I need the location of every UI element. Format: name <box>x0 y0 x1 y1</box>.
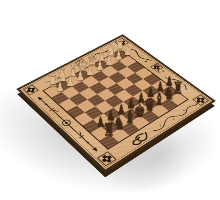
checkerboard: ♜♟♟♜♞♟♟♞♝♟♟♝♛♟♟♛♚♟♟♚♝♟♟♝♞♟♟♞♜♟♟♜ <box>42 49 188 150</box>
piece-black-rook: ♜ <box>101 119 118 142</box>
product-photo: ♜♟♟♜♞♟♟♞♝♟♟♝♛♟♟♛♚♟♟♚♝♟♟♝♞♟♟♞♜♟♟♜ <box>0 0 220 200</box>
piece-white-pawn: ♟ <box>52 77 68 98</box>
